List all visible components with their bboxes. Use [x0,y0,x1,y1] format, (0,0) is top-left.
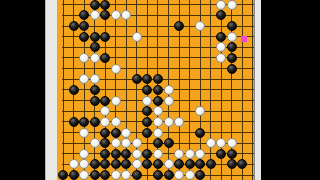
white-stone [174,149,184,159]
white-stone [111,170,121,180]
black-stone [111,159,121,169]
go-board[interactable] [57,0,254,180]
black-stone [206,159,216,169]
white-stone [121,128,131,138]
black-stone [132,170,142,180]
white-stone [153,128,163,138]
black-stone [227,64,237,74]
black-stone [227,159,237,169]
black-stone [216,10,226,20]
black-stone [90,170,100,180]
white-stone [121,10,131,20]
black-stone [142,85,152,95]
white-stone [90,53,100,63]
white-stone [195,149,205,159]
black-stone [100,0,110,10]
black-stone [58,170,68,180]
black-stone [142,117,152,127]
black-stone [90,117,100,127]
black-stone [79,32,89,42]
white-stone [90,138,100,148]
black-stone [174,159,184,169]
black-stone [79,21,89,31]
white-stone [79,159,89,169]
white-stone [164,159,174,169]
black-stone [121,159,131,169]
black-stone [100,128,110,138]
black-stone [142,159,152,169]
white-stone [227,138,237,148]
white-stone [164,85,174,95]
black-stone [100,159,110,169]
white-stone [216,138,226,148]
white-stone [111,10,121,20]
white-stone [164,117,174,127]
white-stone [153,149,163,159]
white-stone [111,117,121,127]
white-stone [174,170,184,180]
black-stone [227,21,237,31]
white-stone [100,106,110,116]
grid-line-horizontal [62,68,255,69]
black-stone [153,74,163,84]
black-stone [100,96,110,106]
white-stone [111,64,121,74]
black-stone [142,74,152,84]
white-stone [69,159,79,169]
black-stone [227,149,237,159]
black-stone [237,159,247,169]
black-stone [195,170,205,180]
black-stone [79,117,89,127]
white-stone [185,149,195,159]
white-stone [79,74,89,84]
black-stone [153,96,163,106]
black-stone [216,149,226,159]
black-stone [111,149,121,159]
black-stone [153,159,163,169]
white-stone [121,170,131,180]
white-stone [153,106,163,116]
white-stone [227,32,237,42]
black-stone [216,32,226,42]
black-stone [90,85,100,95]
white-stone [227,0,237,10]
white-stone [121,138,131,148]
white-stone [132,138,142,148]
black-stone [90,0,100,10]
white-stone [216,0,226,10]
black-stone [227,42,237,52]
white-stone [111,138,121,148]
black-stone [100,149,110,159]
device-frame-right [254,0,261,180]
black-stone [90,159,100,169]
black-stone [153,138,163,148]
black-stone [79,10,89,20]
white-stone [206,138,216,148]
white-stone [90,10,100,20]
white-stone [185,170,195,180]
black-stone [164,138,174,148]
white-stone [132,149,142,159]
black-stone [195,128,205,138]
black-stone [174,21,184,31]
black-stone [69,21,79,31]
black-stone [100,170,110,180]
grid-line-horizontal [62,26,255,27]
white-stone [142,96,152,106]
screen-background [0,0,320,180]
black-stone [132,74,142,84]
black-stone [90,32,100,42]
white-stone [195,21,205,31]
black-stone [90,96,100,106]
last-move-marker [241,36,247,42]
black-stone [185,159,195,169]
white-stone [79,53,89,63]
white-stone [164,96,174,106]
white-stone [174,117,184,127]
white-stone [79,128,89,138]
white-stone [90,74,100,84]
white-stone [195,106,205,116]
black-stone [227,53,237,63]
black-stone [142,149,152,159]
black-stone [111,128,121,138]
white-stone [79,149,89,159]
black-stone [100,10,110,20]
white-stone [111,96,121,106]
white-stone [216,42,226,52]
black-stone [195,159,205,169]
white-stone [132,159,142,169]
white-stone [100,117,110,127]
black-stone [100,32,110,42]
white-stone [132,32,142,42]
white-stone [79,170,89,180]
black-stone [69,85,79,95]
black-stone [153,85,163,95]
black-stone [90,42,100,52]
black-stone [100,138,110,148]
black-stone [142,128,152,138]
black-stone [69,117,79,127]
white-stone [153,117,163,127]
black-stone [69,170,79,180]
black-stone [164,170,174,180]
black-stone [100,53,110,63]
white-stone [216,53,226,63]
black-stone [153,170,163,180]
black-stone [121,149,131,159]
black-stone [142,106,152,116]
